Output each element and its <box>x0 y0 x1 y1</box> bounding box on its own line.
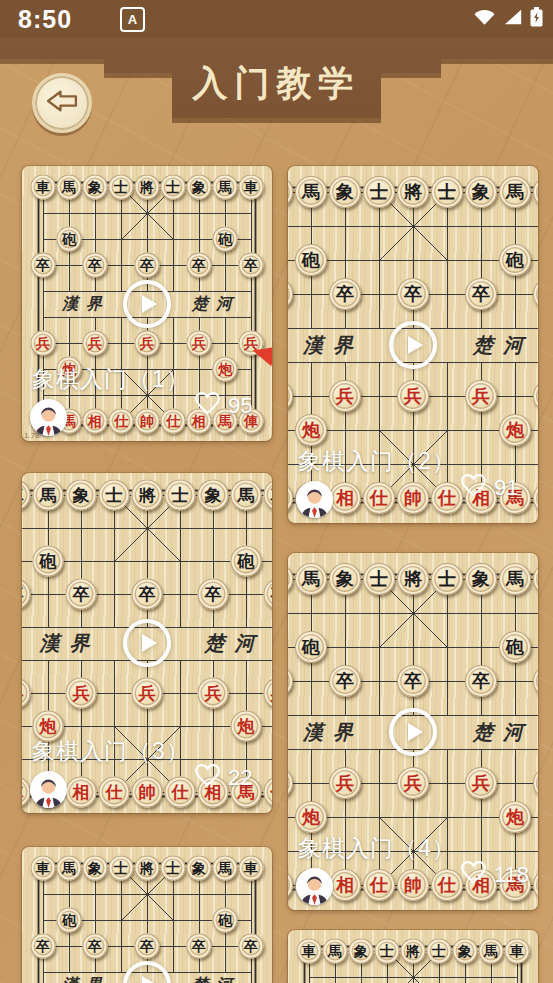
video-title: 象棋入门（2） <box>298 446 456 477</box>
piece-black: 砲 <box>231 545 262 576</box>
piece-black: 將 <box>401 938 426 963</box>
back-button[interactable] <box>32 73 92 133</box>
piece-red: 兵 <box>135 330 160 355</box>
piece-black: 卒 <box>187 933 212 958</box>
river-label-right: 楚 河 <box>205 630 255 657</box>
piece-black: 象 <box>83 855 108 880</box>
heart-icon <box>194 391 221 421</box>
piece-black: 砲 <box>499 244 531 276</box>
river-label-right: 楚 河 <box>473 331 523 358</box>
piece-black: 士 <box>431 563 463 595</box>
river-label-left: 漢 界 <box>303 331 353 358</box>
piece-red: 帥 <box>397 869 429 901</box>
piece-black: 卒 <box>465 278 497 310</box>
video-title: 象棋入门（4） <box>298 833 456 864</box>
piece-black: 卒 <box>397 665 429 697</box>
video-card-2[interactable]: 漢 界楚 河車馬象士將士象馬車砲砲卒卒卒卒卒兵兵兵兵兵炮炮俥馬相仕帥仕相馬俥 象… <box>288 166 538 523</box>
piece-black: 士 <box>109 174 134 199</box>
like-row[interactable]: 118 <box>460 860 529 890</box>
piece-black: 車 <box>239 174 264 199</box>
video-card-1[interactable]: 漢 界楚 河車馬象士將士象馬車砲砲卒卒卒卒卒兵兵兵兵兵炮炮俥馬相仕帥仕相馬俥 象… <box>22 166 272 441</box>
piece-black: 象 <box>453 938 478 963</box>
piece-black: 馬 <box>499 176 531 208</box>
piece-black: 砲 <box>295 244 327 276</box>
piece-black: 卒 <box>465 665 497 697</box>
piece-black: 卒 <box>329 665 361 697</box>
piece-black: 卒 <box>83 933 108 958</box>
piece-black: 車 <box>31 174 56 199</box>
video-card-4[interactable]: 漢 界楚 河車馬象士將士象馬車砲砲卒卒卒卒卒兵兵兵兵兵炮炮俥馬相仕帥仕相馬俥 象… <box>288 553 538 910</box>
piece-black: 卒 <box>135 252 160 277</box>
piece-black: 士 <box>431 176 463 208</box>
piece-red: 炮 <box>231 710 262 741</box>
piece-black: 將 <box>132 479 163 510</box>
heart-icon <box>460 473 487 503</box>
piece-red: 兵 <box>397 380 429 412</box>
piece-red: 兵 <box>198 677 229 708</box>
status-bar: 8:50 A <box>0 0 553 38</box>
ime-indicator-icon: A <box>120 7 145 32</box>
piece-black: 士 <box>161 855 186 880</box>
piece-red: 炮 <box>213 356 238 381</box>
wifi-icon <box>473 8 496 30</box>
heart-icon <box>194 763 221 793</box>
piece-black: 砲 <box>213 226 238 251</box>
piece-red: 仕 <box>431 869 463 901</box>
clock: 8:50 <box>18 5 72 34</box>
piece-red: 兵 <box>465 380 497 412</box>
piece-black: 士 <box>165 479 196 510</box>
piece-black: 馬 <box>213 174 238 199</box>
piece-black: 馬 <box>295 563 327 595</box>
like-row[interactable]: 22 <box>194 763 252 793</box>
piece-black: 砲 <box>499 631 531 663</box>
piece-black: 士 <box>161 174 186 199</box>
river-label-left: 漢 界 <box>62 293 102 314</box>
piece-red: 兵 <box>132 677 163 708</box>
piece-black: 砲 <box>57 226 82 251</box>
piece-black: 卒 <box>239 933 264 958</box>
piece-black: 馬 <box>213 855 238 880</box>
piece-black: 將 <box>397 563 429 595</box>
piece-black: 象 <box>187 855 212 880</box>
play-icon <box>142 295 157 313</box>
piece-black: 卒 <box>31 252 56 277</box>
piece-red: 仕 <box>109 408 134 433</box>
piece-red: 相 <box>329 869 361 901</box>
video-card-3[interactable]: 漢 界楚 河車馬象士將士象馬車砲砲卒卒卒卒卒兵兵兵兵兵炮炮俥馬相仕帥仕相馬俥 象… <box>22 473 272 813</box>
xiangqi-board: 漢 界楚 河車馬象士將士象馬車砲砲卒卒卒卒卒兵兵兵兵兵炮炮俥馬相仕帥仕相馬俥 <box>297 939 529 983</box>
piece-black: 象 <box>329 563 361 595</box>
piece-red: 帥 <box>132 776 163 807</box>
piece-black: 將 <box>135 174 160 199</box>
piece-black: 卒 <box>66 578 97 609</box>
piece-red: 兵 <box>397 767 429 799</box>
piece-black: 砲 <box>33 545 64 576</box>
piece-black: 象 <box>329 176 361 208</box>
piece-red: 炮 <box>295 801 327 833</box>
piece-black: 象 <box>187 174 212 199</box>
piece-red: 相 <box>83 408 108 433</box>
like-count: 95 <box>228 393 252 419</box>
piece-red: 炮 <box>499 801 531 833</box>
piece-black: 象 <box>83 174 108 199</box>
river-label-left: 漢 界 <box>62 974 102 983</box>
piece-black: 馬 <box>231 479 262 510</box>
piece-red: 兵 <box>329 380 361 412</box>
piece-black: 馬 <box>57 855 82 880</box>
heart-icon <box>460 860 487 890</box>
piece-black: 砲 <box>213 907 238 932</box>
back-arrow-icon <box>45 88 79 118</box>
piece-black: 馬 <box>479 938 504 963</box>
play-icon <box>142 976 157 983</box>
video-title: 象棋入门（1） <box>32 364 190 395</box>
play-icon <box>408 336 423 354</box>
piece-black: 卒 <box>329 278 361 310</box>
piece-black: 卒 <box>198 578 229 609</box>
battery-charging-icon <box>530 7 543 31</box>
avatar <box>296 481 333 518</box>
piece-red: 兵 <box>66 677 97 708</box>
piece-red: 帥 <box>135 408 160 433</box>
board-thumbnail: 漢 界楚 河車馬象士將士象馬車砲砲卒卒卒卒卒兵兵兵兵兵炮炮俥馬相仕帥仕相馬俥 <box>288 930 538 983</box>
piece-red: 兵 <box>83 330 108 355</box>
play-button[interactable] <box>389 708 437 756</box>
piece-black: 象 <box>465 563 497 595</box>
piece-red: 炮 <box>499 414 531 446</box>
play-button[interactable] <box>123 280 171 328</box>
piece-black: 士 <box>375 938 400 963</box>
like-count: 118 <box>494 862 529 888</box>
piece-red: 仕 <box>431 482 463 514</box>
piece-black: 卒 <box>31 933 56 958</box>
piece-red: 仕 <box>165 776 196 807</box>
piece-black: 士 <box>363 176 395 208</box>
play-button[interactable] <box>389 321 437 369</box>
piece-black: 象 <box>66 479 97 510</box>
avatar <box>296 868 333 905</box>
piece-black: 士 <box>99 479 130 510</box>
piece-black: 卒 <box>397 278 429 310</box>
video-card-5[interactable]: 漢 界楚 河車馬象士將士象馬車砲砲卒卒卒卒卒兵兵兵兵兵炮炮俥馬相仕帥仕相馬俥 <box>22 847 272 983</box>
piece-red: 仕 <box>363 869 395 901</box>
piece-red: 兵 <box>329 767 361 799</box>
play-icon <box>408 723 423 741</box>
piece-black: 馬 <box>33 479 64 510</box>
piece-black: 士 <box>109 855 134 880</box>
tutorial-screen: 8:50 A 入门教学 漢 界楚 河車馬象士將士象馬車砲砲卒卒卒卒卒兵兵兵兵兵炮… <box>0 0 553 983</box>
piece-black: 象 <box>198 479 229 510</box>
cellular-signal-icon <box>503 8 523 30</box>
river-label-right: 楚 河 <box>192 293 232 314</box>
piece-black: 車 <box>239 855 264 880</box>
river-label-right: 楚 河 <box>192 974 232 983</box>
piece-black: 卒 <box>135 933 160 958</box>
piece-black: 砲 <box>57 907 82 932</box>
river-label-right: 楚 河 <box>473 718 523 745</box>
piece-black: 將 <box>135 855 160 880</box>
piece-black: 象 <box>349 938 374 963</box>
piece-red: 相 <box>329 482 361 514</box>
piece-red: 炮 <box>295 414 327 446</box>
piece-red: 相 <box>66 776 97 807</box>
river-label-left: 漢 界 <box>303 718 353 745</box>
video-title: 象棋入门（3） <box>32 736 190 767</box>
like-row[interactable]: 91 <box>460 473 518 503</box>
piece-black: 馬 <box>295 176 327 208</box>
piece-black: 砲 <box>295 631 327 663</box>
piece-red: 兵 <box>465 767 497 799</box>
piece-black: 卒 <box>187 252 212 277</box>
play-button[interactable] <box>123 619 171 667</box>
like-row[interactable]: 95 <box>194 391 252 421</box>
piece-black: 卒 <box>239 252 264 277</box>
piece-red: 仕 <box>161 408 186 433</box>
avatar <box>30 771 67 808</box>
piece-red: 仕 <box>99 776 130 807</box>
piece-red: 兵 <box>31 330 56 355</box>
river-label-left: 漢 界 <box>40 630 90 657</box>
watermark-text: 1.78 <box>24 431 40 440</box>
piece-black: 車 <box>31 855 56 880</box>
like-count: 22 <box>228 765 252 791</box>
piece-black: 馬 <box>57 174 82 199</box>
piece-red: 兵 <box>187 330 212 355</box>
piece-red: 帥 <box>397 482 429 514</box>
piece-black: 卒 <box>132 578 163 609</box>
piece-red: 仕 <box>363 482 395 514</box>
piece-black: 士 <box>427 938 452 963</box>
piece-black: 馬 <box>323 938 348 963</box>
piece-black: 馬 <box>499 563 531 595</box>
piece-black: 象 <box>465 176 497 208</box>
piece-black: 車 <box>505 938 530 963</box>
piece-black: 卒 <box>83 252 108 277</box>
piece-black: 士 <box>363 563 395 595</box>
play-icon <box>142 634 157 652</box>
piece-black: 將 <box>397 176 429 208</box>
piece-black: 車 <box>297 938 322 963</box>
like-count: 91 <box>494 475 518 501</box>
video-card-6[interactable]: 漢 界楚 河車馬象士將士象馬車砲砲卒卒卒卒卒兵兵兵兵兵炮炮俥馬相仕帥仕相馬俥 <box>288 930 538 983</box>
